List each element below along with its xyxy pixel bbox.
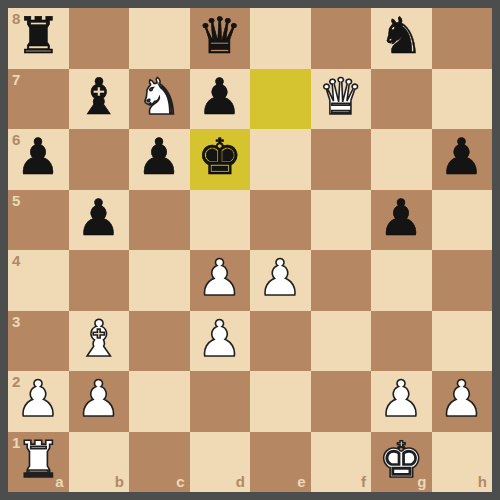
piece-black-rook[interactable]: ♜ — [16, 8, 61, 66]
file-label-h: h — [478, 473, 487, 490]
square-e3[interactable] — [250, 311, 311, 372]
square-h3[interactable] — [432, 311, 493, 372]
square-a4[interactable]: 4 — [8, 250, 69, 311]
square-c3[interactable] — [129, 311, 190, 372]
square-f5[interactable] — [311, 190, 372, 251]
piece-black-pawn[interactable]: ♟ — [137, 129, 182, 187]
square-d2[interactable] — [190, 371, 251, 432]
square-h2[interactable]: ♟ — [432, 371, 493, 432]
square-d1[interactable]: d — [190, 432, 251, 493]
square-d8[interactable]: ♛ — [190, 8, 251, 69]
square-e5[interactable] — [250, 190, 311, 251]
square-b5[interactable]: ♟ — [69, 190, 130, 251]
file-label-f: f — [361, 473, 366, 490]
piece-white-pawn[interactable]: ♟ — [379, 371, 424, 429]
square-b2[interactable]: ♟ — [69, 371, 130, 432]
piece-white-pawn[interactable]: ♟ — [258, 250, 303, 308]
square-a6[interactable]: 6♟ — [8, 129, 69, 190]
square-h7[interactable] — [432, 69, 493, 130]
square-b7[interactable]: ♝ — [69, 69, 130, 130]
square-g3[interactable] — [371, 311, 432, 372]
square-f8[interactable] — [311, 8, 372, 69]
piece-black-pawn[interactable]: ♟ — [439, 129, 484, 187]
chess-board: 8♜♛♞7♝♞♟♛6♟♟♚♟5♟♟4♟♟3♝♟2♟♟♟♟1a♜bcdefg♚h — [8, 8, 492, 492]
file-label-c: c — [176, 473, 184, 490]
piece-black-queen[interactable]: ♛ — [197, 8, 242, 66]
piece-white-pawn[interactable]: ♟ — [76, 371, 121, 429]
square-e1[interactable]: e — [250, 432, 311, 493]
square-a5[interactable]: 5 — [8, 190, 69, 251]
square-e6[interactable] — [250, 129, 311, 190]
square-a1[interactable]: 1a♜ — [8, 432, 69, 493]
square-a8[interactable]: 8♜ — [8, 8, 69, 69]
square-d7[interactable]: ♟ — [190, 69, 251, 130]
square-c8[interactable] — [129, 8, 190, 69]
square-e8[interactable] — [250, 8, 311, 69]
square-c5[interactable] — [129, 190, 190, 251]
square-a3[interactable]: 3 — [8, 311, 69, 372]
square-g4[interactable] — [371, 250, 432, 311]
piece-black-pawn[interactable]: ♟ — [197, 69, 242, 127]
file-label-e: e — [297, 473, 305, 490]
square-a2[interactable]: 2♟ — [8, 371, 69, 432]
piece-white-rook[interactable]: ♜ — [16, 432, 61, 490]
piece-white-king[interactable]: ♚ — [379, 432, 424, 490]
square-d4[interactable]: ♟ — [190, 250, 251, 311]
square-f3[interactable] — [311, 311, 372, 372]
square-f2[interactable] — [311, 371, 372, 432]
square-g6[interactable] — [371, 129, 432, 190]
piece-black-knight[interactable]: ♞ — [379, 8, 424, 66]
file-label-d: d — [236, 473, 245, 490]
piece-black-bishop[interactable]: ♝ — [76, 69, 121, 127]
square-g8[interactable]: ♞ — [371, 8, 432, 69]
piece-white-knight[interactable]: ♞ — [137, 69, 182, 127]
square-b1[interactable]: b — [69, 432, 130, 493]
piece-white-bishop[interactable]: ♝ — [76, 311, 121, 369]
square-f4[interactable] — [311, 250, 372, 311]
piece-black-pawn[interactable]: ♟ — [379, 190, 424, 248]
square-b3[interactable]: ♝ — [69, 311, 130, 372]
square-h6[interactable]: ♟ — [432, 129, 493, 190]
chess-board-frame: 8♜♛♞7♝♞♟♛6♟♟♚♟5♟♟4♟♟3♝♟2♟♟♟♟1a♜bcdefg♚h — [0, 0, 500, 500]
square-c1[interactable]: c — [129, 432, 190, 493]
piece-white-pawn[interactable]: ♟ — [197, 311, 242, 369]
square-g5[interactable]: ♟ — [371, 190, 432, 251]
piece-white-pawn[interactable]: ♟ — [439, 371, 484, 429]
piece-white-pawn[interactable]: ♟ — [16, 371, 61, 429]
piece-black-king[interactable]: ♚ — [197, 129, 242, 187]
square-b4[interactable] — [69, 250, 130, 311]
rank-label-3: 3 — [12, 313, 20, 330]
square-d5[interactable] — [190, 190, 251, 251]
square-f1[interactable]: f — [311, 432, 372, 493]
square-h5[interactable] — [432, 190, 493, 251]
square-h8[interactable] — [432, 8, 493, 69]
square-c4[interactable] — [129, 250, 190, 311]
square-e7[interactable] — [250, 69, 311, 130]
rank-label-4: 4 — [12, 252, 20, 269]
square-b8[interactable] — [69, 8, 130, 69]
square-h4[interactable] — [432, 250, 493, 311]
square-g2[interactable]: ♟ — [371, 371, 432, 432]
square-e4[interactable]: ♟ — [250, 250, 311, 311]
square-g7[interactable] — [371, 69, 432, 130]
piece-black-pawn[interactable]: ♟ — [16, 129, 61, 187]
square-h1[interactable]: h — [432, 432, 493, 493]
square-a7[interactable]: 7 — [8, 69, 69, 130]
square-f6[interactable] — [311, 129, 372, 190]
square-d3[interactable]: ♟ — [190, 311, 251, 372]
square-b6[interactable] — [69, 129, 130, 190]
piece-white-pawn[interactable]: ♟ — [197, 250, 242, 308]
rank-label-5: 5 — [12, 192, 20, 209]
piece-black-pawn[interactable]: ♟ — [76, 190, 121, 248]
square-f7[interactable]: ♛ — [311, 69, 372, 130]
rank-label-7: 7 — [12, 71, 20, 88]
square-g1[interactable]: g♚ — [371, 432, 432, 493]
square-c6[interactable]: ♟ — [129, 129, 190, 190]
square-d6[interactable]: ♚ — [190, 129, 251, 190]
square-e2[interactable] — [250, 371, 311, 432]
piece-white-queen[interactable]: ♛ — [318, 69, 363, 127]
square-c7[interactable]: ♞ — [129, 69, 190, 130]
file-label-b: b — [115, 473, 124, 490]
square-c2[interactable] — [129, 371, 190, 432]
